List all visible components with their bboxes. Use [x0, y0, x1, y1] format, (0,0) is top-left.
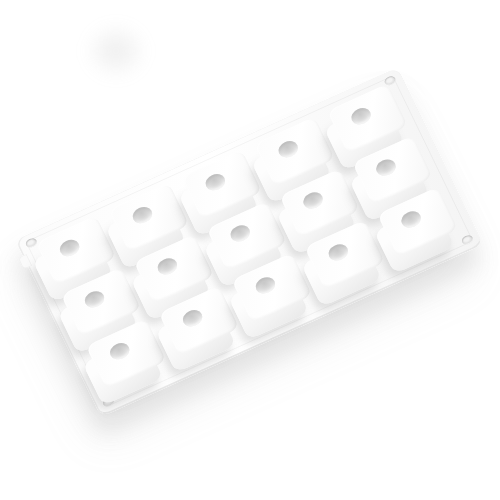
vent-hole: [300, 190, 325, 212]
silicone-mold: [15, 67, 484, 417]
vent-hole: [155, 255, 180, 277]
vent-hole: [107, 340, 132, 362]
flange-corner-hole-right: [460, 234, 474, 246]
vent-hole: [180, 307, 205, 329]
product-photo: [0, 0, 500, 500]
flange-tab: [18, 254, 32, 270]
vent-hole: [253, 274, 278, 296]
vent-hole: [202, 171, 227, 193]
vent-hole: [398, 208, 423, 230]
vent-hole: [57, 237, 82, 259]
vent-hole: [373, 157, 398, 179]
vent-hole: [129, 204, 154, 226]
vent-hole: [275, 138, 300, 160]
vent-hole: [227, 223, 252, 245]
vent-hole: [325, 241, 350, 263]
vent-hole: [348, 105, 373, 127]
soft-shadow-blob: [84, 22, 148, 80]
cavity-grid: [36, 84, 458, 389]
vent-hole: [82, 288, 107, 310]
